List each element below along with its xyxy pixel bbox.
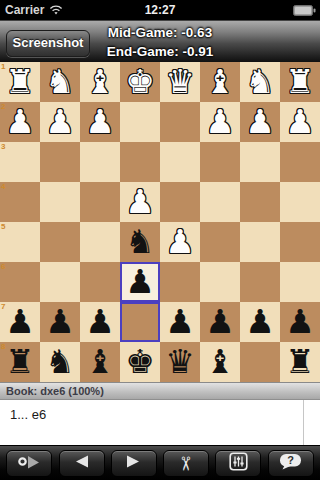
square[interactable] bbox=[200, 182, 240, 222]
back-button[interactable] bbox=[59, 450, 105, 477]
rank-label: 8 bbox=[1, 342, 5, 351]
square[interactable]: 5 bbox=[0, 222, 40, 262]
white-knight[interactable]: ♞ bbox=[245, 62, 275, 102]
square[interactable]: 1♜ bbox=[0, 62, 40, 102]
black-pawn[interactable]: ♟ bbox=[5, 302, 35, 342]
square[interactable] bbox=[240, 142, 280, 182]
mid-game-eval: Mid-Game: -0.63 bbox=[0, 23, 320, 42]
square[interactable] bbox=[80, 222, 120, 262]
square[interactable] bbox=[120, 142, 160, 182]
white-pawn[interactable]: ♟ bbox=[125, 182, 155, 222]
white-bishop[interactable]: ♝ bbox=[205, 62, 235, 102]
square[interactable] bbox=[80, 182, 120, 222]
square[interactable]: ♟ bbox=[280, 302, 320, 342]
square[interactable]: 8♜ bbox=[0, 342, 40, 382]
square[interactable] bbox=[80, 262, 120, 302]
book-move-label: Book: dxe6 (100%) bbox=[6, 385, 104, 397]
square[interactable] bbox=[200, 142, 240, 182]
white-pawn[interactable]: ♟ bbox=[245, 102, 275, 142]
square[interactable] bbox=[160, 182, 200, 222]
battery-icon bbox=[293, 5, 316, 16]
square[interactable]: ♝ bbox=[200, 342, 240, 382]
square[interactable]: ♝ bbox=[80, 342, 120, 382]
move-list[interactable]: 1... e6 bbox=[0, 400, 320, 445]
black-pawn[interactable]: ♟ bbox=[205, 302, 235, 342]
square[interactable] bbox=[160, 102, 200, 142]
white-pawn[interactable]: ♟ bbox=[45, 102, 75, 142]
square[interactable] bbox=[120, 302, 160, 342]
square[interactable]: ♜ bbox=[280, 62, 320, 102]
square[interactable]: ♟ bbox=[120, 182, 160, 222]
left-arrow-icon bbox=[73, 454, 90, 473]
square[interactable] bbox=[280, 262, 320, 302]
square[interactable]: ♛ bbox=[160, 342, 200, 382]
white-rook[interactable]: ♜ bbox=[5, 62, 35, 102]
black-pawn[interactable]: ♟ bbox=[165, 302, 195, 342]
rank-label: 5 bbox=[1, 222, 5, 231]
square[interactable] bbox=[240, 262, 280, 302]
clock-label: 12:27 bbox=[0, 3, 320, 17]
rank-label: 1 bbox=[1, 62, 5, 71]
black-knight[interactable]: ♞ bbox=[125, 222, 155, 262]
help-button[interactable]: ? bbox=[268, 450, 314, 477]
square[interactable] bbox=[80, 142, 120, 182]
sliders-icon bbox=[229, 452, 248, 475]
moves-text: 1... e6 bbox=[10, 407, 46, 422]
square[interactable]: ♞ bbox=[120, 222, 160, 262]
move-now-button[interactable] bbox=[6, 450, 52, 477]
square[interactable]: ♟ bbox=[80, 302, 120, 342]
black-pawn[interactable]: ♟ bbox=[85, 302, 115, 342]
truncate-button[interactable]: ✂ bbox=[163, 450, 209, 477]
square[interactable] bbox=[160, 142, 200, 182]
square[interactable] bbox=[200, 262, 240, 302]
square[interactable] bbox=[280, 182, 320, 222]
white-pawn[interactable]: ♟ bbox=[5, 102, 35, 142]
white-pawn[interactable]: ♟ bbox=[85, 102, 115, 142]
square[interactable]: ♟ bbox=[80, 102, 120, 142]
engine-evaluation: Mid-Game: -0.63 End-Game: -0.91 bbox=[0, 23, 320, 61]
rank-label: 7 bbox=[1, 302, 5, 311]
black-king[interactable]: ♚ bbox=[125, 342, 155, 382]
square[interactable] bbox=[40, 222, 80, 262]
chess-board[interactable]: 1♜♞♝♚♛♝♞♜2♟♟♟♟♟♟34♟5♞♟6♟7♟♟♟♟♟♟♟8♜♞♝♚♛♝♜ bbox=[0, 62, 320, 382]
scrollbar-track[interactable] bbox=[303, 400, 304, 445]
white-queen[interactable]: ♛ bbox=[165, 62, 195, 102]
square[interactable] bbox=[40, 262, 80, 302]
rank-label: 3 bbox=[1, 142, 5, 151]
bottom-toolbar: ✂ ? bbox=[0, 445, 320, 480]
square[interactable]: 7♟ bbox=[0, 302, 40, 342]
white-pawn[interactable]: ♟ bbox=[285, 102, 315, 142]
square[interactable]: ♝ bbox=[200, 62, 240, 102]
forward-button[interactable] bbox=[111, 450, 157, 477]
scissors-icon: ✂ bbox=[177, 455, 196, 471]
square[interactable] bbox=[120, 102, 160, 142]
black-pawn[interactable]: ♟ bbox=[285, 302, 315, 342]
white-king[interactable]: ♚ bbox=[125, 62, 155, 102]
black-bishop[interactable]: ♝ bbox=[205, 342, 235, 382]
rank-label: 4 bbox=[1, 182, 5, 191]
square[interactable]: 4 bbox=[0, 182, 40, 222]
square[interactable]: ♚ bbox=[120, 342, 160, 382]
square[interactable]: ♜ bbox=[280, 342, 320, 382]
black-knight[interactable]: ♞ bbox=[45, 342, 75, 382]
square[interactable] bbox=[280, 222, 320, 262]
square[interactable]: ♟ bbox=[40, 302, 80, 342]
square[interactable]: ♞ bbox=[40, 342, 80, 382]
status-bar: Carrier 12:27 bbox=[0, 0, 320, 20]
square[interactable]: 3 bbox=[0, 142, 40, 182]
top-toolbar: Screenshot Mid-Game: -0.63 End-Game: -0.… bbox=[0, 20, 320, 62]
square[interactable]: ♟ bbox=[240, 102, 280, 142]
square[interactable]: ♟ bbox=[160, 302, 200, 342]
white-bishop[interactable]: ♝ bbox=[85, 62, 115, 102]
square[interactable]: ♟ bbox=[200, 302, 240, 342]
square[interactable]: ♝ bbox=[80, 62, 120, 102]
square[interactable]: ♟ bbox=[240, 302, 280, 342]
square[interactable] bbox=[160, 262, 200, 302]
square[interactable]: ♟ bbox=[280, 102, 320, 142]
white-pawn[interactable]: ♟ bbox=[165, 222, 195, 262]
square[interactable]: ♟ bbox=[120, 262, 160, 302]
square[interactable] bbox=[240, 182, 280, 222]
square[interactable] bbox=[200, 222, 240, 262]
white-pawn[interactable]: ♟ bbox=[205, 102, 235, 142]
rank-label: 6 bbox=[1, 262, 5, 271]
svg-text:?: ? bbox=[287, 454, 294, 466]
question-bubble-icon: ? bbox=[279, 453, 302, 474]
white-rook[interactable]: ♜ bbox=[285, 62, 315, 102]
square[interactable]: 2♟ bbox=[0, 102, 40, 142]
square[interactable]: 6 bbox=[0, 262, 40, 302]
square[interactable]: ♞ bbox=[240, 62, 280, 102]
black-rook[interactable]: ♜ bbox=[5, 342, 35, 382]
right-arrow-icon bbox=[125, 454, 142, 473]
square[interactable]: ♟ bbox=[160, 222, 200, 262]
square[interactable] bbox=[280, 142, 320, 182]
end-game-eval: End-Game: -0.91 bbox=[0, 42, 320, 61]
square[interactable]: ♟ bbox=[40, 102, 80, 142]
square[interactable]: ♞ bbox=[40, 62, 80, 102]
black-pawn[interactable]: ♟ bbox=[125, 262, 155, 302]
book-bar: Book: dxe6 (100%) bbox=[0, 382, 320, 400]
square[interactable] bbox=[240, 342, 280, 382]
black-queen[interactable]: ♛ bbox=[165, 342, 195, 382]
square[interactable] bbox=[40, 142, 80, 182]
black-bishop[interactable]: ♝ bbox=[85, 342, 115, 382]
black-pawn[interactable]: ♟ bbox=[245, 302, 275, 342]
black-pawn[interactable]: ♟ bbox=[45, 302, 75, 342]
play-circle-icon bbox=[17, 453, 42, 473]
black-rook[interactable]: ♜ bbox=[285, 342, 315, 382]
square[interactable] bbox=[40, 182, 80, 222]
square[interactable]: ♟ bbox=[200, 102, 240, 142]
white-knight[interactable]: ♞ bbox=[45, 62, 75, 102]
rank-label: 2 bbox=[1, 102, 5, 111]
square[interactable]: ♛ bbox=[160, 62, 200, 102]
square[interactable]: ♚ bbox=[120, 62, 160, 102]
settings-button[interactable] bbox=[215, 450, 261, 477]
square[interactable] bbox=[240, 222, 280, 262]
